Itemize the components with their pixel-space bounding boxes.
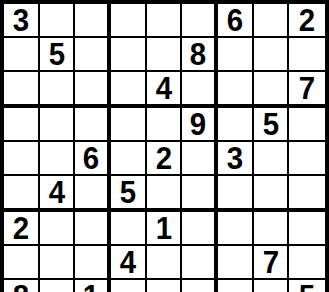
sudoku-cell[interactable]: 2 xyxy=(147,142,183,176)
sudoku-cell[interactable]: 4 xyxy=(40,176,76,212)
sudoku-given-digit: 2 xyxy=(299,4,315,36)
sudoku-given-digit: 4 xyxy=(48,176,64,208)
sudoku-cell[interactable] xyxy=(111,212,147,246)
sudoku-cell[interactable] xyxy=(40,72,76,108)
sudoku-cell[interactable] xyxy=(254,72,290,108)
sudoku-cell[interactable]: 5 xyxy=(254,108,290,142)
sudoku-given-digit: 5 xyxy=(48,38,64,70)
sudoku-cell[interactable] xyxy=(147,246,183,280)
sudoku-cell[interactable]: 6 xyxy=(218,4,254,38)
sudoku-cell[interactable] xyxy=(4,246,40,280)
sudoku-cell[interactable] xyxy=(75,4,111,38)
sudoku-cell[interactable] xyxy=(111,72,147,108)
sudoku-cell[interactable] xyxy=(4,38,40,72)
sudoku-cell[interactable]: 5 xyxy=(289,280,325,292)
sudoku-cell[interactable] xyxy=(40,4,76,38)
sudoku-given-digit: 3 xyxy=(13,4,29,36)
sudoku-given-digit: 5 xyxy=(120,176,136,208)
sudoku-cell[interactable] xyxy=(218,212,254,246)
sudoku-cell[interactable] xyxy=(40,246,76,280)
sudoku-cell[interactable] xyxy=(218,246,254,280)
sudoku-cell[interactable]: 7 xyxy=(254,246,290,280)
sudoku-cell[interactable] xyxy=(254,280,290,292)
sudoku-cell[interactable]: 3 xyxy=(218,142,254,176)
sudoku-cell[interactable] xyxy=(254,38,290,72)
sudoku-cell[interactable]: 8 xyxy=(4,280,40,292)
sudoku-cell[interactable] xyxy=(289,38,325,72)
sudoku-cell[interactable] xyxy=(40,280,76,292)
sudoku-cell[interactable] xyxy=(4,142,40,176)
sudoku-given-digit: 4 xyxy=(155,72,171,104)
sudoku-cell[interactable] xyxy=(111,108,147,142)
sudoku-cell[interactable] xyxy=(182,246,218,280)
sudoku-cell[interactable] xyxy=(40,142,76,176)
sudoku-cell[interactable] xyxy=(254,142,290,176)
sudoku-cell[interactable]: 5 xyxy=(40,38,76,72)
sudoku-given-digit: 3 xyxy=(227,142,243,174)
sudoku-cell[interactable]: 5 xyxy=(111,176,147,212)
sudoku-cell[interactable] xyxy=(218,72,254,108)
sudoku-given-digit: 1 xyxy=(83,280,99,292)
sudoku-cell[interactable]: 3 xyxy=(4,4,40,38)
sudoku-given-digit: 6 xyxy=(83,142,99,174)
sudoku-cell[interactable] xyxy=(182,280,218,292)
sudoku-given-digit: 9 xyxy=(190,108,206,140)
sudoku-given-digit: 2 xyxy=(155,142,171,174)
sudoku-cell[interactable] xyxy=(75,38,111,72)
sudoku-cell[interactable]: 2 xyxy=(289,4,325,38)
sudoku-cell[interactable] xyxy=(40,212,76,246)
sudoku-cell[interactable]: 1 xyxy=(147,212,183,246)
sudoku-given-digit: 2 xyxy=(13,212,29,244)
sudoku-cell[interactable] xyxy=(147,280,183,292)
sudoku-cell[interactable] xyxy=(75,108,111,142)
sudoku-cell[interactable] xyxy=(254,4,290,38)
sudoku-cell[interactable]: 7 xyxy=(289,72,325,108)
sudoku-cell[interactable] xyxy=(4,72,40,108)
sudoku-cell[interactable] xyxy=(4,176,40,212)
sudoku-given-digit: 8 xyxy=(13,280,29,292)
sudoku-cell[interactable] xyxy=(218,176,254,212)
sudoku-given-digit: 6 xyxy=(227,4,243,36)
sudoku-given-digit: 1 xyxy=(155,212,171,244)
sudoku-cell[interactable] xyxy=(289,108,325,142)
sudoku-cell[interactable] xyxy=(182,142,218,176)
sudoku-given-digit: 7 xyxy=(262,246,278,278)
sudoku-cell[interactable] xyxy=(182,4,218,38)
sudoku-cell[interactable] xyxy=(147,176,183,212)
sudoku-cell[interactable] xyxy=(40,108,76,142)
sudoku-cell[interactable] xyxy=(111,4,147,38)
sudoku-cell[interactable] xyxy=(254,176,290,212)
sudoku-cell[interactable] xyxy=(147,108,183,142)
sudoku-board: 362584795623452147815 xyxy=(0,0,329,292)
sudoku-cell[interactable] xyxy=(289,246,325,280)
sudoku-cell[interactable]: 2 xyxy=(4,212,40,246)
sudoku-cell[interactable] xyxy=(4,108,40,142)
sudoku-cell[interactable] xyxy=(75,212,111,246)
sudoku-cell[interactable]: 1 xyxy=(75,280,111,292)
sudoku-cell[interactable]: 4 xyxy=(111,246,147,280)
sudoku-cell[interactable]: 9 xyxy=(182,108,218,142)
sudoku-cell[interactable] xyxy=(218,280,254,292)
sudoku-given-digit: 7 xyxy=(299,72,315,104)
sudoku-given-digit: 4 xyxy=(120,246,136,278)
sudoku-cell[interactable] xyxy=(182,212,218,246)
sudoku-cell[interactable] xyxy=(147,4,183,38)
sudoku-cell[interactable] xyxy=(218,38,254,72)
sudoku-cell[interactable]: 4 xyxy=(147,72,183,108)
sudoku-given-digit: 8 xyxy=(190,38,206,70)
sudoku-cell[interactable] xyxy=(289,212,325,246)
sudoku-cell[interactable]: 6 xyxy=(75,142,111,176)
sudoku-cell[interactable] xyxy=(254,212,290,246)
sudoku-cell[interactable] xyxy=(218,108,254,142)
sudoku-cell[interactable] xyxy=(111,142,147,176)
sudoku-cell[interactable] xyxy=(289,142,325,176)
sudoku-cell[interactable] xyxy=(111,38,147,72)
sudoku-cell[interactable] xyxy=(147,38,183,72)
sudoku-cell[interactable] xyxy=(75,72,111,108)
sudoku-cell[interactable] xyxy=(182,72,218,108)
sudoku-cell[interactable] xyxy=(75,246,111,280)
sudoku-cell[interactable] xyxy=(182,176,218,212)
sudoku-cell[interactable] xyxy=(75,176,111,212)
sudoku-given-digit: 5 xyxy=(262,108,278,140)
sudoku-cell[interactable] xyxy=(289,176,325,212)
sudoku-cell[interactable]: 8 xyxy=(182,38,218,72)
sudoku-cell[interactable] xyxy=(111,280,147,292)
sudoku-given-digit: 5 xyxy=(299,280,315,292)
